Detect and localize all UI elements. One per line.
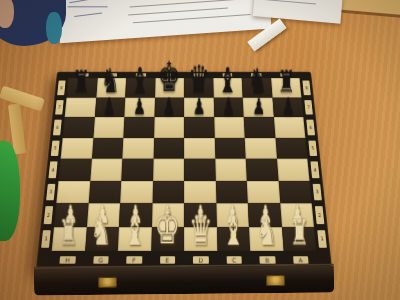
square-f2: ♟ (119, 203, 152, 226)
file-label-g: G (93, 256, 109, 263)
square-c1: ♝ (216, 227, 250, 251)
rank-label-right-2: 2 (315, 206, 324, 223)
file-label-top-g: G (107, 73, 117, 76)
file-label-top-d: D (193, 73, 203, 76)
white-pawn-a2: ♟ (291, 203, 305, 227)
square-e3 (152, 181, 184, 204)
square-g6 (93, 117, 124, 137)
square-a6 (274, 117, 306, 137)
green-sleeve (0, 141, 20, 241)
board-box-front (34, 263, 334, 295)
paper-handwriting (74, 13, 102, 17)
file-label-e: E (160, 256, 176, 263)
photo-chess-scene: { "game": "chess", "scene": "overhead ph… (0, 0, 400, 300)
square-e8: ♚ (155, 78, 184, 97)
rank-label-right-8: 8 (302, 81, 310, 95)
rank-label-4: 4 (48, 161, 57, 177)
file-label-top-f: F (136, 73, 146, 76)
file-label-top-a: A (280, 73, 290, 76)
paper-handwriting (68, 6, 108, 7)
white-bishop-c1: ♝ (223, 213, 245, 251)
square-c2: ♟ (216, 203, 249, 226)
square-f6 (123, 117, 154, 137)
square-b6 (244, 117, 275, 137)
square-d3 (184, 181, 216, 204)
square-b7: ♟ (243, 97, 274, 117)
paper-text-line (128, 8, 228, 16)
chess-board: HGFEDCBA 87654321 87654321 ♜♞♝♚♛♝♞♜♟♟♟♟♟… (36, 72, 332, 268)
square-h5 (61, 138, 93, 159)
file-label-top-h: H (78, 73, 88, 76)
black-pawn-a7: ♟ (282, 95, 295, 117)
rank-label-5: 5 (51, 140, 60, 156)
file-label-top-b: B (251, 73, 261, 76)
black-pawn-d7: ♟ (193, 95, 206, 117)
square-d1: ♛ (184, 227, 217, 251)
square-e5 (153, 138, 184, 159)
square-d7: ♟ (184, 97, 214, 117)
board-scene: HGFEDCBA 87654321 87654321 ♜♞♝♚♛♝♞♜♟♟♟♟♟… (34, 56, 334, 292)
square-f8: ♝ (125, 78, 155, 97)
square-g8: ♞ (96, 78, 126, 97)
black-pawn-f7: ♟ (133, 95, 146, 117)
paper-text-line (133, 14, 251, 23)
file-label-b: B (259, 256, 275, 263)
rank-label-right-4: 4 (310, 161, 319, 177)
rank-label-1: 1 (41, 230, 51, 248)
white-rook-a1: ♜ (290, 218, 309, 251)
square-g1: ♞ (85, 227, 119, 251)
square-f3 (120, 181, 152, 204)
paper-sheet (56, 0, 271, 43)
square-g2: ♟ (87, 203, 121, 226)
square-b2: ♟ (248, 203, 282, 226)
white-pawn-f2: ♟ (128, 203, 142, 227)
white-pawn-h2: ♟ (63, 203, 77, 227)
rank-label-right-7: 7 (304, 100, 313, 115)
square-b1: ♞ (249, 227, 283, 251)
player-shirt-accent (46, 12, 62, 44)
rank-label-7: 7 (55, 100, 64, 115)
rank-label-8: 8 (57, 81, 65, 95)
square-d5 (184, 138, 215, 159)
white-rook-h1: ♜ (58, 218, 77, 251)
black-pawn-c7: ♟ (222, 95, 235, 117)
file-label-top-e: E (165, 73, 175, 76)
file-label-d: D (193, 256, 209, 263)
square-a5 (275, 138, 307, 159)
paper-text-line (264, 0, 316, 5)
rank-label-right-5: 5 (308, 140, 317, 156)
square-d2: ♟ (184, 203, 216, 226)
white-pawn-b2: ♟ (258, 203, 272, 227)
square-a1: ♜ (281, 227, 316, 251)
square-f1: ♝ (118, 227, 152, 251)
square-g5 (91, 138, 123, 159)
white-pawn-g2: ♟ (96, 203, 110, 227)
square-e4 (153, 159, 184, 181)
black-king-e8: ♚ (158, 59, 181, 98)
rank-label-right-3: 3 (313, 183, 322, 200)
rank-label-right-6: 6 (306, 120, 315, 135)
brass-hinge-icon (266, 275, 285, 286)
black-pawn-g7: ♟ (103, 95, 116, 117)
square-d4 (184, 159, 215, 181)
square-e7: ♟ (154, 97, 184, 117)
square-f7: ♟ (124, 97, 154, 117)
square-c4 (215, 159, 247, 181)
white-pawn-e2: ♟ (161, 203, 175, 227)
black-knight-g8: ♞ (101, 65, 120, 97)
square-h8: ♜ (67, 78, 98, 97)
square-g7: ♟ (94, 97, 125, 117)
black-bishop-f8: ♝ (130, 64, 150, 97)
square-f4 (121, 159, 153, 181)
square-b5 (245, 138, 277, 159)
square-b3 (247, 181, 280, 204)
white-bishop-f1: ♝ (123, 213, 145, 251)
square-h3 (56, 181, 90, 204)
square-a7: ♟ (272, 97, 303, 117)
square-a4 (277, 159, 310, 181)
square-b8: ♞ (242, 78, 272, 97)
file-labels-top: HGFEDCBA (69, 73, 300, 78)
square-d6 (184, 117, 214, 137)
paper-text-line (130, 0, 250, 7)
white-pawn-d2: ♟ (193, 203, 207, 227)
square-h6 (63, 117, 95, 137)
square-c7: ♟ (213, 97, 243, 117)
square-g3 (88, 181, 121, 204)
file-label-c: C (226, 256, 242, 263)
square-c5 (214, 138, 245, 159)
black-knight-b8: ♞ (248, 65, 267, 97)
square-f5 (122, 138, 153, 159)
square-a2: ♟ (280, 203, 314, 226)
brass-hinge-icon (98, 277, 117, 288)
rank-label-2: 2 (44, 206, 53, 223)
square-h7 (65, 97, 96, 117)
square-e6 (154, 117, 184, 137)
square-c8: ♝ (213, 78, 243, 97)
square-e2: ♟ (152, 203, 184, 226)
square-c3 (215, 181, 247, 204)
square-d8: ♛ (184, 78, 213, 97)
square-a3 (278, 181, 312, 204)
black-pawn-e7: ♟ (163, 95, 176, 117)
square-c6 (214, 117, 245, 137)
black-pawn-b7: ♟ (252, 95, 265, 117)
square-h4 (58, 159, 91, 181)
square-h1: ♜ (52, 227, 87, 251)
rank-label-6: 6 (53, 120, 62, 135)
file-label-top-c: C (222, 73, 232, 76)
square-h2: ♟ (54, 203, 88, 226)
rank-label-right-1: 1 (317, 230, 327, 248)
file-label-h: H (59, 256, 75, 263)
black-bishop-c8: ♝ (218, 64, 238, 97)
file-label-f: F (126, 256, 142, 263)
square-e1: ♚ (151, 227, 184, 251)
square-a8: ♜ (271, 78, 302, 97)
black-queen-d8: ♛ (188, 61, 209, 97)
square-g4 (90, 159, 122, 181)
square-b4 (246, 159, 278, 181)
white-pawn-c2: ♟ (226, 203, 240, 227)
rank-label-3: 3 (46, 183, 55, 200)
file-label-a: A (293, 256, 309, 263)
board-grid: ♜♞♝♚♛♝♞♜♟♟♟♟♟♟♟♟♟♟♟♟♟♟♟♜♞♝♚♛♝♞♜ (52, 78, 317, 251)
paper-handwriting (69, 0, 103, 3)
